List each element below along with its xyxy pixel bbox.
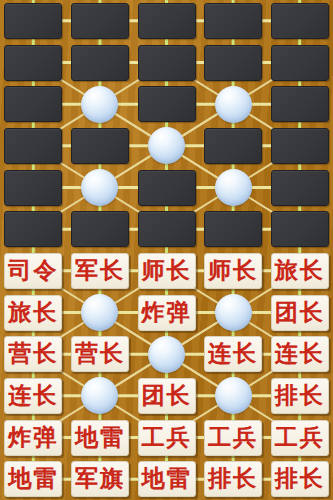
red-piece-landmine[interactable]: 地雷	[4, 461, 62, 497]
piece-label: 工兵	[142, 421, 192, 455]
hidden-piece[interactable]	[271, 3, 329, 39]
junqi-board: 司令军长师长师长旅长旅长炸弹团长营长营长连长连长连长团长排长炸弹地雷工兵工兵工兵…	[0, 0, 333, 500]
red-piece-platoon-commander[interactable]: 排长	[204, 461, 262, 497]
hidden-piece[interactable]	[271, 128, 329, 164]
hidden-piece[interactable]	[4, 211, 62, 247]
red-piece-bomb[interactable]: 炸弹	[138, 295, 196, 331]
camp-marker[interactable]	[215, 169, 252, 206]
red-piece-engineer[interactable]: 工兵	[138, 420, 196, 456]
piece-label: 军旗	[75, 462, 125, 496]
piece-label: 炸弹	[142, 296, 192, 330]
piece-label: 地雷	[8, 462, 58, 496]
hidden-piece[interactable]	[271, 170, 329, 206]
hidden-piece[interactable]	[138, 86, 196, 122]
red-piece-battalion-commander[interactable]: 营长	[4, 336, 62, 372]
camp-marker[interactable]	[215, 86, 252, 123]
piece-label: 地雷	[75, 421, 125, 455]
hidden-piece[interactable]	[4, 3, 62, 39]
red-piece-army-flag[interactable]: 军旗	[71, 461, 129, 497]
red-piece-platoon-commander[interactable]: 排长	[271, 461, 329, 497]
hidden-piece[interactable]	[138, 211, 196, 247]
piece-label: 营长	[8, 337, 58, 371]
red-piece-regiment-commander[interactable]: 团长	[138, 378, 196, 414]
camp-marker[interactable]	[81, 86, 118, 123]
camp-marker[interactable]	[148, 336, 185, 373]
piece-label: 团长	[275, 296, 325, 330]
piece-label: 连长	[8, 379, 58, 413]
piece-label: 排长	[275, 462, 325, 496]
red-piece-company-commander[interactable]: 连长	[271, 336, 329, 372]
hidden-piece[interactable]	[4, 170, 62, 206]
red-piece-engineer[interactable]: 工兵	[204, 420, 262, 456]
hidden-piece[interactable]	[138, 3, 196, 39]
piece-label: 连长	[275, 337, 325, 371]
red-piece-platoon-commander[interactable]: 排长	[271, 378, 329, 414]
red-piece-brigade-commander[interactable]: 旅长	[4, 295, 62, 331]
hidden-piece[interactable]	[4, 128, 62, 164]
red-piece-landmine[interactable]: 地雷	[138, 461, 196, 497]
piece-label: 旅长	[8, 296, 58, 330]
hidden-piece[interactable]	[71, 211, 129, 247]
hidden-piece[interactable]	[138, 170, 196, 206]
hidden-piece[interactable]	[271, 211, 329, 247]
red-piece-commander[interactable]: 司令	[4, 253, 62, 289]
hidden-piece[interactable]	[271, 86, 329, 122]
hidden-piece[interactable]	[71, 3, 129, 39]
camp-marker[interactable]	[215, 377, 252, 414]
red-piece-bomb[interactable]: 炸弹	[4, 420, 62, 456]
red-piece-engineer[interactable]: 工兵	[271, 420, 329, 456]
red-piece-company-commander[interactable]: 连长	[4, 378, 62, 414]
hidden-piece[interactable]	[4, 45, 62, 81]
hidden-piece[interactable]	[204, 128, 262, 164]
piece-label: 连长	[208, 337, 258, 371]
piece-label: 排长	[275, 379, 325, 413]
red-piece-division-commander[interactable]: 师长	[204, 253, 262, 289]
piece-label: 地雷	[142, 462, 192, 496]
red-piece-regiment-commander[interactable]: 团长	[271, 295, 329, 331]
red-piece-general[interactable]: 军长	[71, 253, 129, 289]
hidden-piece[interactable]	[71, 45, 129, 81]
piece-label: 营长	[75, 337, 125, 371]
piece-label: 工兵	[208, 421, 258, 455]
hidden-piece[interactable]	[204, 45, 262, 81]
red-piece-company-commander[interactable]: 连长	[204, 336, 262, 372]
hidden-piece[interactable]	[204, 211, 262, 247]
hidden-piece[interactable]	[204, 3, 262, 39]
hidden-piece[interactable]	[138, 45, 196, 81]
hidden-piece[interactable]	[4, 86, 62, 122]
camp-marker[interactable]	[215, 294, 252, 331]
red-piece-division-commander[interactable]: 师长	[138, 253, 196, 289]
piece-label: 旅长	[275, 254, 325, 288]
red-piece-brigade-commander[interactable]: 旅长	[271, 253, 329, 289]
piece-label: 师长	[208, 254, 258, 288]
piece-label: 排长	[208, 462, 258, 496]
piece-label: 军长	[75, 254, 125, 288]
piece-label: 司令	[8, 254, 58, 288]
piece-label: 团长	[142, 379, 192, 413]
piece-label: 工兵	[275, 421, 325, 455]
red-piece-battalion-commander[interactable]: 营长	[71, 336, 129, 372]
piece-label: 师长	[142, 254, 192, 288]
hidden-piece[interactable]	[71, 128, 129, 164]
red-piece-landmine[interactable]: 地雷	[71, 420, 129, 456]
piece-label: 炸弹	[8, 421, 58, 455]
hidden-piece[interactable]	[271, 45, 329, 81]
